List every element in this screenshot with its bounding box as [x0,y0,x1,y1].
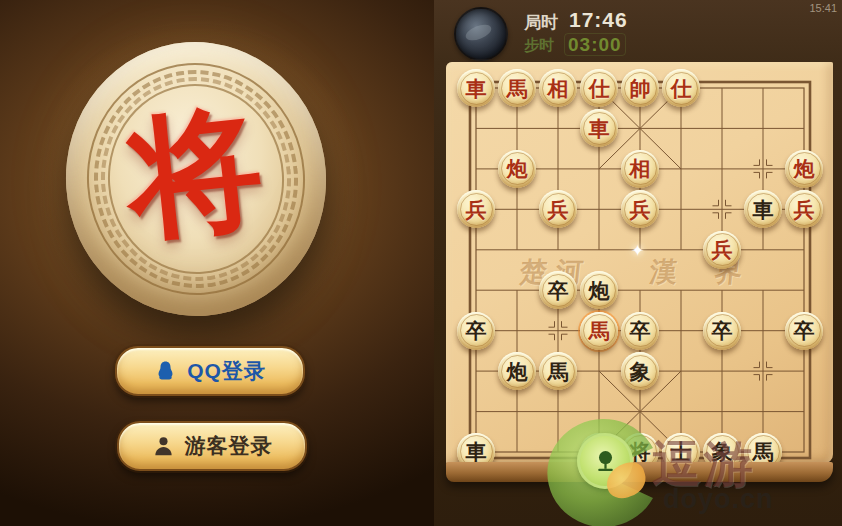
piece-character: 仕 [580,69,618,107]
xiangqi-piece-black[interactable]: 象 [621,352,659,390]
game-header: 局时 17:46 步时 03:00 15:41 [434,0,842,62]
xiangqi-piece-red[interactable]: 兵 [539,190,577,228]
piece-character: 兵 [785,190,823,228]
move-time-value: 03:00 [564,33,626,56]
sparkle-effect: ✦ [631,241,644,260]
piece-character: 兵 [539,190,577,228]
piece-character: 馬 [498,69,536,107]
xiangqi-piece-red[interactable]: 仕 [580,69,618,107]
piece-character: 炮 [580,271,618,309]
xiangqi-piece-red[interactable]: 帥 [621,69,659,107]
xiangqi-piece-black[interactable]: 卒 [539,271,577,309]
piece-character: 帥 [621,69,659,107]
xiangqi-piece-black[interactable]: 卒 [457,312,495,350]
login-panel: 将 QQ登录 游客登录 [0,0,434,526]
hero-general-piece: 将 [57,33,335,324]
xiangqi-piece-red[interactable]: 兵 [703,231,741,269]
move-time-label: 步时 [524,36,554,55]
xiangqi-board[interactable]: 楚河 漢界 ✦ 車馬相仕帥仕車炮相炮兵兵兵車兵兵卒炮卒馬卒卒卒炮馬象車士将士象馬 [446,62,833,464]
xiangqi-piece-red[interactable]: 兵 [457,190,495,228]
piece-character: 兵 [457,190,495,228]
xiangqi-piece-red[interactable]: 兵 [621,190,659,228]
xiangqi-piece-black[interactable]: 卒 [703,312,741,350]
qq-penguin-icon [154,360,177,383]
piece-character: 卒 [785,312,823,350]
xiangqi-piece-red[interactable]: 相 [539,69,577,107]
piece-character: 炮 [498,150,536,188]
piece-character: 卒 [539,271,577,309]
app-window: 将 QQ登录 游客登录 局时 17:46 步时 [0,0,842,526]
xiangqi-piece-red[interactable]: 兵 [785,190,823,228]
game-time-value: 17:46 [569,8,628,32]
xiangqi-piece-black[interactable]: 卒 [621,312,659,350]
hero-general-character: 将 [52,24,339,324]
guest-login-label: 游客登录 [185,432,273,460]
piece-character: 車 [744,190,782,228]
board-edge-bevel [446,462,833,482]
piece-character: 馬 [539,352,577,390]
piece-character: 卒 [621,312,659,350]
player-avatar[interactable] [454,7,508,61]
piece-character: 兵 [621,190,659,228]
xiangqi-piece-black[interactable]: 卒 [785,312,823,350]
piece-character: 象 [621,352,659,390]
xiangqi-piece-black[interactable]: 馬 [539,352,577,390]
watermark-domain-text: doyo.cn [663,484,774,515]
game-time-label: 局时 [524,11,558,34]
piece-character: 炮 [785,150,823,188]
xiangqi-piece-red[interactable]: 炮 [785,150,823,188]
xiangqi-piece-red[interactable]: 炮 [498,150,536,188]
piece-character: 車 [457,69,495,107]
xiangqi-piece-black[interactable]: 車 [744,190,782,228]
piece-character: 兵 [703,231,741,269]
xiangqi-piece-red[interactable]: 馬 [580,312,618,350]
xiangqi-piece-red[interactable]: 車 [580,109,618,147]
piece-character: 卒 [457,312,495,350]
game-panel: 局时 17:46 步时 03:00 15:41 [434,0,842,526]
xiangqi-piece-red[interactable]: 車 [457,69,495,107]
piece-character: 卒 [703,312,741,350]
xiangqi-piece-black[interactable]: 炮 [580,271,618,309]
qq-login-label: QQ登录 [187,357,266,385]
xiangqi-piece-black[interactable]: 炮 [498,352,536,390]
piece-character: 炮 [498,352,536,390]
guest-login-button[interactable]: 游客登录 [117,421,307,471]
xiangqi-piece-red[interactable]: 相 [621,150,659,188]
piece-character: 相 [539,69,577,107]
xiangqi-piece-red[interactable]: 馬 [498,69,536,107]
xiangqi-piece-red[interactable]: 仕 [662,69,700,107]
piece-character: 仕 [662,69,700,107]
qq-login-button[interactable]: QQ登录 [115,346,305,396]
piece-character: 相 [621,150,659,188]
piece-character: 車 [580,109,618,147]
piece-character: 馬 [580,312,618,350]
system-clock: 15:41 [809,2,837,14]
person-icon [152,435,175,458]
